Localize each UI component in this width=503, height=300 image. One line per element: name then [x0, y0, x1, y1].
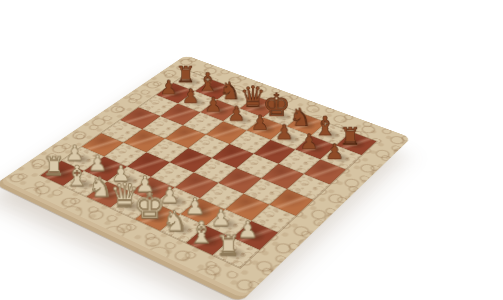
square-a1: ♜ — [40, 161, 84, 186]
piece-shadow — [220, 243, 252, 263]
board-grid: ♜♝♞♛♚♞♝♜♟♟♟♟♟♟♟♟♟♟♟♟♟♟♟♟♜♝♞♛♚♞♝♜ — [40, 71, 376, 267]
product-photo: ♜♝♞♛♚♞♝♜♟♟♟♟♟♟♟♟♟♟♟♟♟♟♟♟♜♝♞♛♚♞♝♜ — [0, 0, 503, 300]
piece-shadow — [193, 231, 225, 251]
piece-shadow — [301, 140, 330, 156]
square-e6 — [230, 130, 271, 153]
piece-shadow — [114, 171, 144, 188]
piece-shadow — [252, 121, 280, 136]
piece-shadow — [117, 197, 148, 215]
piece-shadow — [326, 150, 355, 166]
photo-scene: ♜♝♞♛♚♞♝♜♟♟♟♟♟♟♟♟♟♟♟♟♟♟♟♟♜♝♞♛♚♞♝♜ — [0, 0, 503, 300]
chess-board: ♜♝♞♛♚♞♝♜♟♟♟♟♟♟♟♟♟♟♟♟♟♟♟♟♜♝♞♛♚♞♝♜ — [2, 55, 411, 296]
board-frame: ♜♝♞♛♚♞♝♜♟♟♟♟♟♟♟♟♟♟♟♟♟♟♟♟♜♝♞♛♚♞♝♜ — [2, 55, 411, 296]
